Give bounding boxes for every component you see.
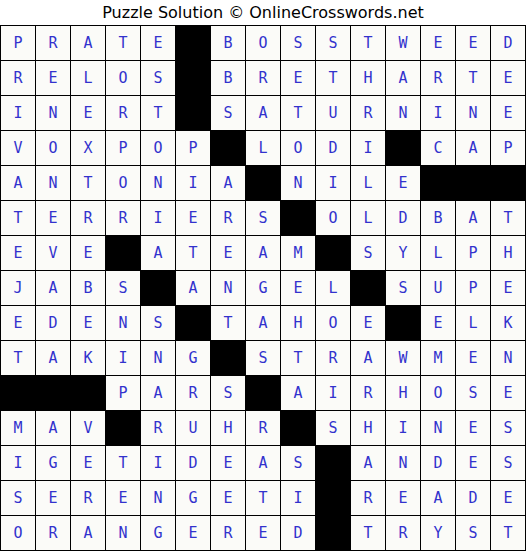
letter-cell-r4c10: D (316, 131, 350, 165)
letter-cell-r4c13: C (421, 131, 455, 165)
letter-cell-r10c9: T (281, 341, 315, 375)
letter-cell-r8c3: B (71, 271, 105, 305)
letter-cell-r6c15: T (491, 201, 525, 235)
letter-cell-r13c14: E (456, 446, 490, 480)
letter-cell-r3c1: I (1, 96, 35, 130)
letter-cell-r13c15: S (491, 446, 525, 480)
letter-cell-r6c2: E (36, 201, 70, 235)
letter-cell-r13c2: G (36, 446, 70, 480)
letter-cell-r12c13: N (421, 411, 455, 445)
letter-cell-r10c8: S (246, 341, 280, 375)
letter-cell-r7c1: E (1, 236, 35, 270)
letter-cell-r7c7: E (211, 236, 245, 270)
letter-cell-r9c9: H (281, 306, 315, 340)
letter-cell-r10c3: K (71, 341, 105, 375)
block-cell-r13c10 (316, 446, 350, 480)
letter-cell-r14c13: A (421, 481, 455, 515)
letter-cell-r8c15: E (491, 271, 525, 305)
letter-cell-r14c9: I (281, 481, 315, 515)
letter-cell-r9c13: E (421, 306, 455, 340)
letter-cell-r8c6: A (176, 271, 210, 305)
letter-cell-r15c13: Y (421, 516, 455, 550)
letter-cell-r8c12: S (386, 271, 420, 305)
letter-cell-r15c12: R (386, 516, 420, 550)
letter-cell-r8c8: G (246, 271, 280, 305)
letter-cell-r4c5: O (141, 131, 175, 165)
letter-cell-r4c1: V (1, 131, 35, 165)
block-cell-r5c15 (491, 166, 525, 200)
letter-cell-r9c11: E (351, 306, 385, 340)
letter-cell-r10c1: T (1, 341, 35, 375)
letter-cell-r14c8: T (246, 481, 280, 515)
letter-cell-r8c7: N (211, 271, 245, 305)
puzzle-solution-page: Puzzle Solution © OnlineCrosswords.net P… (0, 0, 526, 551)
letter-cell-r9c10: O (316, 306, 350, 340)
letter-cell-r13c9: S (281, 446, 315, 480)
letter-cell-r13c5: I (141, 446, 175, 480)
letter-cell-r2c8: R (246, 61, 280, 95)
letter-cell-r15c3: A (71, 516, 105, 550)
letter-cell-r13c4: T (106, 446, 140, 480)
letter-cell-r14c12: E (386, 481, 420, 515)
letter-cell-r4c15: P (491, 131, 525, 165)
letter-cell-r6c11: L (351, 201, 385, 235)
letter-cell-r9c4: N (106, 306, 140, 340)
letter-cell-r13c7: E (211, 446, 245, 480)
letter-cell-r3c13: I (421, 96, 455, 130)
letter-cell-r15c5: G (141, 516, 175, 550)
block-cell-r6c9 (281, 201, 315, 235)
crossword-grid: PRATEBOSSTWEEDRELOSBRETHARTEINERTSATURNI… (0, 25, 526, 551)
letter-cell-r12c10: S (316, 411, 350, 445)
block-cell-r11c1 (1, 376, 35, 410)
letter-cell-r2c7: B (211, 61, 245, 95)
letter-cell-r10c5: N (141, 341, 175, 375)
letter-cell-r8c2: A (36, 271, 70, 305)
letter-cell-r2c3: L (71, 61, 105, 95)
letter-cell-r1c14: E (456, 26, 490, 60)
letter-cell-r12c8: R (246, 411, 280, 445)
page-title: Puzzle Solution © OnlineCrosswords.net (0, 0, 526, 25)
letter-cell-r2c11: H (351, 61, 385, 95)
letter-cell-r9c15: K (491, 306, 525, 340)
block-cell-r11c8 (246, 376, 280, 410)
block-cell-r9c12 (386, 306, 420, 340)
letter-cell-r6c1: T (1, 201, 35, 235)
letter-cell-r3c5: T (141, 96, 175, 130)
block-cell-r4c7 (211, 131, 245, 165)
block-cell-r2c6 (176, 61, 210, 95)
letter-cell-r4c9: O (281, 131, 315, 165)
letter-cell-r11c9: A (281, 376, 315, 410)
letter-cell-r12c7: H (211, 411, 245, 445)
letter-cell-r4c6: P (176, 131, 210, 165)
letter-cell-r10c14: E (456, 341, 490, 375)
letter-cell-r6c8: S (246, 201, 280, 235)
letter-cell-r7c6: T (176, 236, 210, 270)
letter-cell-r5c6: I (176, 166, 210, 200)
letter-cell-r8c14: P (456, 271, 490, 305)
letter-cell-r12c6: U (176, 411, 210, 445)
letter-cell-r2c2: E (36, 61, 70, 95)
block-cell-r10c7 (211, 341, 245, 375)
letter-cell-r13c1: I (1, 446, 35, 480)
block-cell-r1c6 (176, 26, 210, 60)
letter-cell-r14c15: E (491, 481, 525, 515)
letter-cell-r15c7: R (211, 516, 245, 550)
letter-cell-r3c10: U (316, 96, 350, 130)
letter-cell-r1c8: O (246, 26, 280, 60)
letter-cell-r5c7: A (211, 166, 245, 200)
letter-cell-r9c5: S (141, 306, 175, 340)
letter-cell-r4c8: L (246, 131, 280, 165)
block-cell-r8c5 (141, 271, 175, 305)
letter-cell-r5c9: N (281, 166, 315, 200)
letter-cell-r15c4: N (106, 516, 140, 550)
letter-cell-r9c3: E (71, 306, 105, 340)
block-cell-r3c6 (176, 96, 210, 130)
letter-cell-r7c2: V (36, 236, 70, 270)
letter-cell-r13c13: D (421, 446, 455, 480)
block-cell-r15c10 (316, 516, 350, 550)
letter-cell-r7c8: A (246, 236, 280, 270)
letter-cell-r9c2: D (36, 306, 70, 340)
letter-cell-r6c7: R (211, 201, 245, 235)
block-cell-r7c4 (106, 236, 140, 270)
letter-cell-r15c1: O (1, 516, 35, 550)
block-cell-r5c8 (246, 166, 280, 200)
letter-cell-r14c1: S (1, 481, 35, 515)
letter-cell-r5c3: T (71, 166, 105, 200)
letter-cell-r2c13: R (421, 61, 455, 95)
letter-cell-r5c5: N (141, 166, 175, 200)
letter-cell-r7c15: H (491, 236, 525, 270)
letter-cell-r4c14: A (456, 131, 490, 165)
letter-cell-r2c12: A (386, 61, 420, 95)
letter-cell-r9c8: A (246, 306, 280, 340)
letter-cell-r11c4: P (106, 376, 140, 410)
letter-cell-r1c5: E (141, 26, 175, 60)
letter-cell-r8c13: U (421, 271, 455, 305)
letter-cell-r11c10: I (316, 376, 350, 410)
letter-cell-r10c13: M (421, 341, 455, 375)
letter-cell-r11c15: E (491, 376, 525, 410)
letter-cell-r7c13: L (421, 236, 455, 270)
block-cell-r11c3 (71, 376, 105, 410)
letter-cell-r6c3: R (71, 201, 105, 235)
letter-cell-r3c8: A (246, 96, 280, 130)
letter-cell-r10c15: N (491, 341, 525, 375)
letter-cell-r6c5: I (141, 201, 175, 235)
letter-cell-r8c10: L (316, 271, 350, 305)
letter-cell-r15c14: S (456, 516, 490, 550)
letter-cell-r1c15: D (491, 26, 525, 60)
letter-cell-r1c3: A (71, 26, 105, 60)
letter-cell-r7c9: M (281, 236, 315, 270)
letter-cell-r1c11: T (351, 26, 385, 60)
letter-cell-r6c4: R (106, 201, 140, 235)
letter-cell-r3c7: S (211, 96, 245, 130)
letter-cell-r9c7: T (211, 306, 245, 340)
block-cell-r7c10 (316, 236, 350, 270)
letter-cell-r2c15: E (491, 61, 525, 95)
letter-cell-r7c11: S (351, 236, 385, 270)
letter-cell-r4c2: O (36, 131, 70, 165)
letter-cell-r12c1: M (1, 411, 35, 445)
letter-cell-r3c11: R (351, 96, 385, 130)
letter-cell-r15c15: T (491, 516, 525, 550)
letter-cell-r1c1: P (1, 26, 35, 60)
letter-cell-r2c5: S (141, 61, 175, 95)
letter-cell-r4c3: X (71, 131, 105, 165)
block-cell-r9c6 (176, 306, 210, 340)
letter-cell-r13c11: A (351, 446, 385, 480)
letter-cell-r3c3: E (71, 96, 105, 130)
letter-cell-r12c12: I (386, 411, 420, 445)
letter-cell-r14c7: E (211, 481, 245, 515)
letter-cell-r11c12: H (386, 376, 420, 410)
block-cell-r12c4 (106, 411, 140, 445)
letter-cell-r7c14: P (456, 236, 490, 270)
letter-cell-r5c10: I (316, 166, 350, 200)
letter-cell-r14c2: E (36, 481, 70, 515)
letter-cell-r6c6: E (176, 201, 210, 235)
letter-cell-r11c5: A (141, 376, 175, 410)
letter-cell-r11c14: S (456, 376, 490, 410)
letter-cell-r14c11: R (351, 481, 385, 515)
letter-cell-r6c14: A (456, 201, 490, 235)
block-cell-r14c10 (316, 481, 350, 515)
letter-cell-r13c12: N (386, 446, 420, 480)
letter-cell-r10c10: R (316, 341, 350, 375)
letter-cell-r10c12: W (386, 341, 420, 375)
letter-cell-r3c14: N (456, 96, 490, 130)
letter-cell-r12c14: E (456, 411, 490, 445)
letter-cell-r5c12: E (386, 166, 420, 200)
letter-cell-r1c12: W (386, 26, 420, 60)
letter-cell-r2c4: O (106, 61, 140, 95)
block-cell-r8c11 (351, 271, 385, 305)
block-cell-r4c12 (386, 131, 420, 165)
letter-cell-r8c4: S (106, 271, 140, 305)
letter-cell-r12c5: R (141, 411, 175, 445)
letter-cell-r10c2: A (36, 341, 70, 375)
letter-cell-r10c11: A (351, 341, 385, 375)
letter-cell-r15c2: R (36, 516, 70, 550)
letter-cell-r1c10: S (316, 26, 350, 60)
letter-cell-r11c13: O (421, 376, 455, 410)
letter-cell-r2c14: T (456, 61, 490, 95)
block-cell-r5c14 (456, 166, 490, 200)
letter-cell-r3c4: R (106, 96, 140, 130)
letter-cell-r2c9: E (281, 61, 315, 95)
letter-cell-r10c4: I (106, 341, 140, 375)
letter-cell-r6c13: B (421, 201, 455, 235)
letter-cell-r1c7: B (211, 26, 245, 60)
block-cell-r5c13 (421, 166, 455, 200)
letter-cell-r7c5: A (141, 236, 175, 270)
block-cell-r12c9 (281, 411, 315, 445)
letter-cell-r5c11: L (351, 166, 385, 200)
letter-cell-r4c4: P (106, 131, 140, 165)
letter-cell-r2c10: T (316, 61, 350, 95)
letter-cell-r15c11: T (351, 516, 385, 550)
letter-cell-r8c9: E (281, 271, 315, 305)
letter-cell-r12c11: H (351, 411, 385, 445)
letter-cell-r13c8: A (246, 446, 280, 480)
letter-cell-r3c2: N (36, 96, 70, 130)
letter-cell-r1c9: S (281, 26, 315, 60)
letter-cell-r7c12: Y (386, 236, 420, 270)
letter-cell-r13c6: D (176, 446, 210, 480)
letter-cell-r14c3: R (71, 481, 105, 515)
letter-cell-r4c11: I (351, 131, 385, 165)
letter-cell-r5c2: N (36, 166, 70, 200)
letter-cell-r14c4: E (106, 481, 140, 515)
letter-cell-r2c1: R (1, 61, 35, 95)
letter-cell-r10c6: G (176, 341, 210, 375)
letter-cell-r5c1: A (1, 166, 35, 200)
letter-cell-r9c1: E (1, 306, 35, 340)
letter-cell-r12c2: A (36, 411, 70, 445)
letter-cell-r12c15: S (491, 411, 525, 445)
block-cell-r11c2 (36, 376, 70, 410)
letter-cell-r7c3: E (71, 236, 105, 270)
letter-cell-r12c3: V (71, 411, 105, 445)
letter-cell-r15c8: E (246, 516, 280, 550)
letter-cell-r14c6: G (176, 481, 210, 515)
letter-cell-r11c7: S (211, 376, 245, 410)
letter-cell-r1c13: E (421, 26, 455, 60)
letter-cell-r15c6: E (176, 516, 210, 550)
letter-cell-r3c12: N (386, 96, 420, 130)
letter-cell-r11c6: R (176, 376, 210, 410)
letter-cell-r3c9: T (281, 96, 315, 130)
letter-cell-r8c1: J (1, 271, 35, 305)
letter-cell-r6c12: D (386, 201, 420, 235)
letter-cell-r1c4: T (106, 26, 140, 60)
letter-cell-r14c14: D (456, 481, 490, 515)
letter-cell-r11c11: R (351, 376, 385, 410)
letter-cell-r15c9: D (281, 516, 315, 550)
letter-cell-r13c3: E (71, 446, 105, 480)
letter-cell-r14c5: N (141, 481, 175, 515)
letter-cell-r1c2: R (36, 26, 70, 60)
letter-cell-r9c14: L (456, 306, 490, 340)
letter-cell-r6c10: O (316, 201, 350, 235)
letter-cell-r3c15: E (491, 96, 525, 130)
letter-cell-r5c4: O (106, 166, 140, 200)
